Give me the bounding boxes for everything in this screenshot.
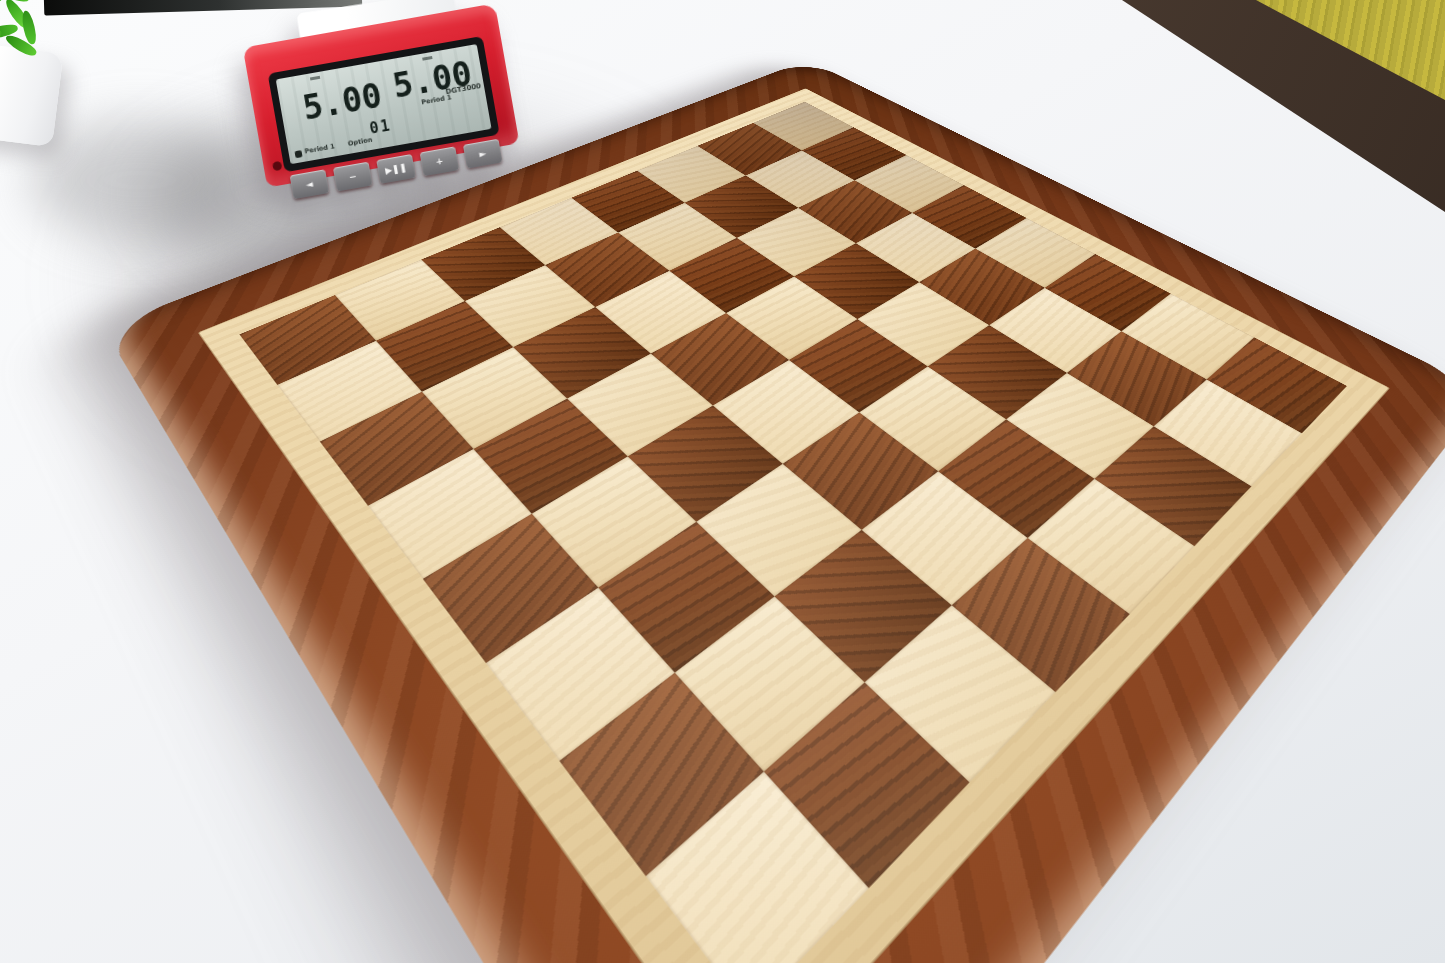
option-label: Option [347,136,373,148]
board-grid [239,102,1347,963]
clock-button-back[interactable]: ◄ [290,169,330,199]
lcd-tick [310,76,320,81]
clock-port [272,161,282,171]
chess-clock: 5.00 5.00 01 Period 1 Option Period 1 DG… [237,0,528,196]
plant-pot [0,43,63,147]
clock-body: 5.00 5.00 01 Period 1 Option Period 1 DG… [243,3,520,187]
photo-scene: 5.00 5.00 01 Period 1 Option Period 1 DG… [0,0,1445,963]
potted-plant [0,0,110,156]
clock-button-forward[interactable]: ► [463,139,503,169]
clock-button-plus[interactable]: + [420,146,460,176]
left-period-label: Period 1 [304,142,335,155]
clock-button-minus[interactable]: − [333,162,373,192]
board-border-strip [198,88,1390,963]
sound-icon [294,150,302,158]
clock-button-play-pause[interactable]: ▶❚❚ [376,154,416,184]
